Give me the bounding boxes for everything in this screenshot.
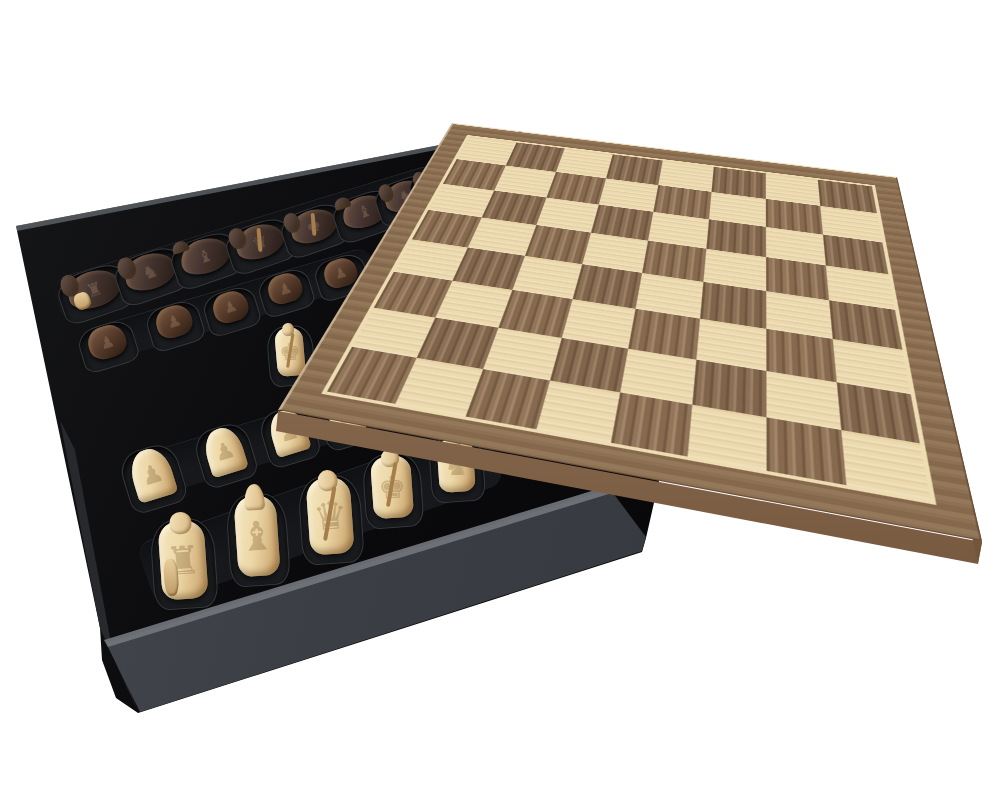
rook-glyph: ♜ [157, 519, 208, 600]
bishop-glyph: ♝ [233, 495, 280, 578]
light-queen-piece: ♛ [305, 477, 354, 556]
light-bishop-piece: ♝ [233, 495, 280, 578]
product-photo-scene: ♜♞♝♛♚♝♞♜♟♟♟♟♟♟♟♟♟♜♝♛♚♞♚ [0, 0, 1000, 800]
light-rook-piece: ♜ [157, 519, 208, 600]
king-glyph: ♚ [370, 455, 414, 520]
queen-glyph: ♛ [305, 477, 354, 556]
light-king-piece: ♚ [370, 455, 414, 520]
